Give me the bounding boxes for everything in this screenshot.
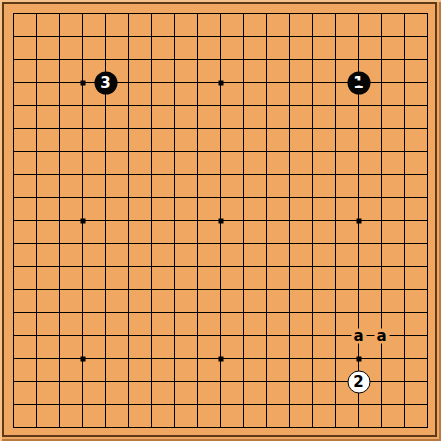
label-text: a (353, 328, 363, 343)
stone-number: 2 (353, 374, 363, 389)
stone-black-3: 3 (94, 71, 117, 94)
star-point (80, 80, 85, 85)
board-grid: 1 2 3 a a (13, 13, 428, 428)
star-point (218, 218, 223, 223)
label-text: a (376, 328, 386, 343)
star-point (80, 356, 85, 361)
point-label-a-r5: a (374, 328, 389, 343)
point-label-a-q5: a (351, 328, 366, 343)
stone-number: 3 (100, 75, 110, 90)
stone-white-2: 2 (347, 370, 370, 393)
star-point (356, 218, 361, 223)
star-point (218, 356, 223, 361)
star-point (356, 356, 361, 361)
star-point (356, 80, 361, 85)
star-point (218, 80, 223, 85)
star-point (80, 218, 85, 223)
go-board: 1 2 3 a a (0, 0, 441, 441)
